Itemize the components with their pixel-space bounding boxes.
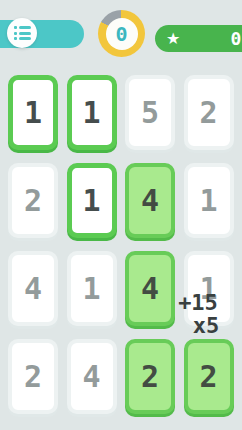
tile-r4c3[interactable]: 2 <box>125 339 175 414</box>
menu-icon-row <box>14 32 31 35</box>
menu-icon-row <box>14 26 31 29</box>
tile-r2c3[interactable]: 4 <box>125 163 175 238</box>
multiplier-popup: x5 <box>186 315 226 337</box>
menu-icon[interactable] <box>7 18 37 48</box>
tile-r3c2[interactable]: 1 <box>67 251 117 326</box>
bonus-points-popup: +15 <box>170 292 226 314</box>
tile-r3c1[interactable]: 4 <box>8 251 58 326</box>
tile-r4c4[interactable]: 2 <box>184 339 234 414</box>
board: 1 1 5 2 2 1 4 1 4 1 4 1 2 4 2 2 <box>8 75 234 414</box>
tile-r2c2[interactable]: 1 <box>67 163 117 238</box>
tile-r4c2[interactable]: 4 <box>67 339 117 414</box>
score-value: 0 <box>221 28 242 49</box>
score-pill: ★ 0 <box>155 25 242 52</box>
game-screen: 0 ★ 0 1 1 5 2 2 1 4 1 4 1 4 1 2 4 2 2 +1… <box>0 0 242 430</box>
tile-r1c2[interactable]: 1 <box>67 75 117 150</box>
tile-r3c3[interactable]: 4 <box>125 251 175 326</box>
tile-r1c4[interactable]: 2 <box>184 75 234 150</box>
tile-r2c1[interactable]: 2 <box>8 163 58 238</box>
tile-r1c3[interactable]: 5 <box>125 75 175 150</box>
round-progress-ring: 0 <box>98 10 145 57</box>
progress-count: 0 <box>106 18 138 50</box>
tile-r1c1[interactable]: 1 <box>8 75 58 150</box>
tile-r2c4[interactable]: 1 <box>184 163 234 238</box>
menu-icon-row <box>14 37 31 40</box>
star-icon: ★ <box>166 31 180 47</box>
tile-r4c1[interactable]: 2 <box>8 339 58 414</box>
